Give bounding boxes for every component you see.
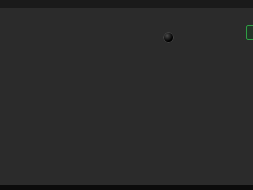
- go-board[interactable]: [0, 8, 156, 185]
- bottom-bar: [0, 185, 253, 190]
- action-button-clipped[interactable]: [246, 25, 253, 40]
- sidebar-panel: [156, 8, 253, 185]
- top-bar: [0, 0, 253, 8]
- app-window: [0, 0, 253, 190]
- puzzle-prompt-row: [164, 31, 177, 43]
- black-stone-icon: [164, 33, 173, 42]
